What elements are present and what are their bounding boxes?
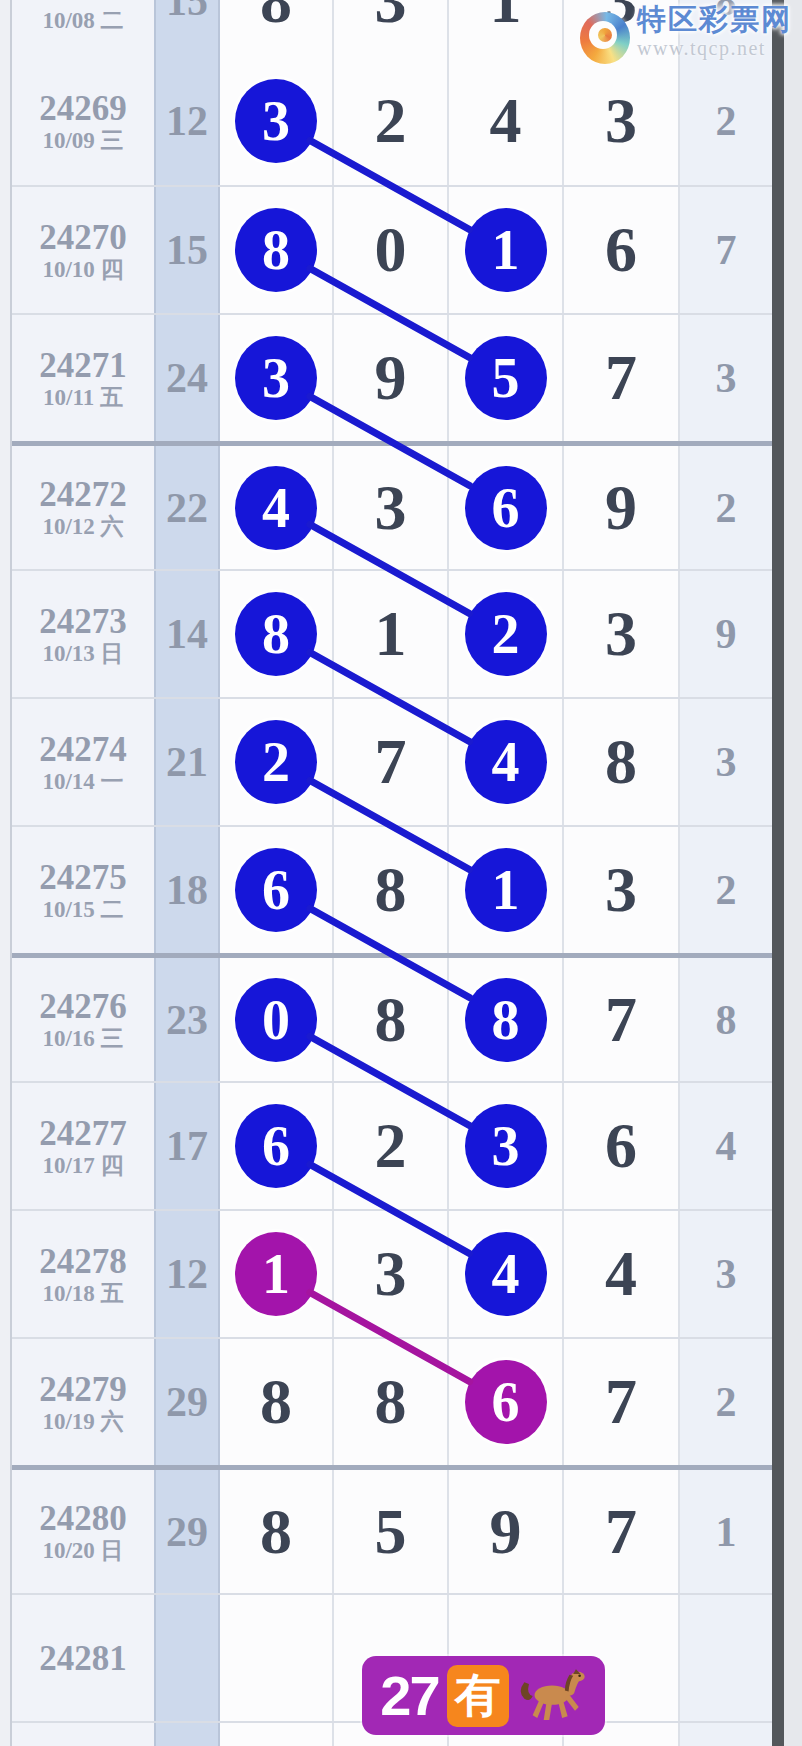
draw-date: 10/10 四: [42, 258, 123, 281]
draw-row: 2426910/09 三1232432: [12, 57, 772, 185]
draw-rows-table: 10/08 二15831382426910/09 三12324322427010…: [0, 0, 802, 1746]
circled-digit: 1: [465, 848, 547, 932]
sum-value: 21: [166, 741, 208, 783]
sum-cell: 29: [154, 1470, 218, 1593]
digit-cell-4: 7: [562, 315, 678, 441]
prediction-badge: 27 有: [362, 1656, 605, 1735]
digit-cell-3: 6: [447, 1339, 562, 1465]
draw-label-cell: 2427110/11 五: [12, 315, 154, 441]
extra-digit-cell: 3: [678, 699, 772, 825]
extra-digit: 2: [716, 1381, 737, 1423]
sum-value: 24: [166, 357, 208, 399]
digit-cell-3: 5: [447, 315, 562, 441]
draw-row: 2427210/12 六2243692: [12, 441, 772, 569]
extra-digit: 7: [716, 229, 737, 271]
horse-icon: [517, 1667, 587, 1725]
plain-digit: 4: [490, 89, 522, 153]
digit-cell-3: 1: [447, 187, 562, 313]
digit-cell-4: 6: [562, 1083, 678, 1209]
draw-label-cell: 2427810/18 五: [12, 1211, 154, 1337]
plain-digit: 7: [375, 730, 407, 794]
draw-label-cell: 2427610/16 三: [12, 958, 154, 1081]
draw-date: 10/20 日: [42, 1539, 123, 1562]
digit-cell-3: 4: [447, 699, 562, 825]
digit-cell-1: 0: [218, 958, 332, 1081]
digit-cell-4: 3: [562, 571, 678, 697]
draw-id: 24276: [39, 989, 127, 1024]
plain-digit: 8: [260, 1500, 292, 1564]
draw-label-cell: 10/08 二: [12, 0, 154, 57]
digit-cell-2: 8: [332, 827, 447, 953]
digit-cell-4: 7: [562, 958, 678, 1081]
extra-digit: 2: [716, 869, 737, 911]
digit-cell-2: 7: [332, 699, 447, 825]
logo-swirl-icon: [580, 12, 630, 64]
draw-label-cell: 2427510/15 二: [12, 827, 154, 953]
draw-date: 10/19 六: [42, 1410, 123, 1433]
digit-cell-2: 2: [332, 1083, 447, 1209]
plain-digit: 3: [605, 858, 637, 922]
plain-digit: 8: [375, 858, 407, 922]
circled-digit: 5: [465, 336, 547, 420]
circled-digit: 6: [465, 466, 547, 550]
extra-digit-cell: 2: [678, 827, 772, 953]
extra-digit: 3: [716, 741, 737, 783]
digit-cell-1: 8: [218, 0, 332, 57]
digit-cell-4: 7: [562, 1470, 678, 1593]
sum-value: 12: [166, 1253, 208, 1295]
sum-cell: 17: [154, 1083, 218, 1209]
plain-digit: 6: [605, 1114, 637, 1178]
sum-value: 15: [166, 0, 208, 22]
draw-date: 10/17 四: [42, 1154, 123, 1177]
digit-cell-4: 4: [562, 1211, 678, 1337]
extra-digit-cell: 2: [678, 57, 772, 185]
digit-cell-1: 6: [218, 827, 332, 953]
draw-label-cell: 24281: [12, 1595, 154, 1721]
digit-cell-2: 3: [332, 1211, 447, 1337]
sum-cell: 12: [154, 1211, 218, 1337]
extra-digit-cell: 2: [678, 446, 772, 569]
sum-value: 17: [166, 1125, 208, 1167]
digit-cell-1: 4: [218, 446, 332, 569]
digit-cell-4: 3: [562, 827, 678, 953]
draw-row: 2427310/13 日1481239: [12, 569, 772, 697]
badge-label: 有: [447, 1665, 509, 1727]
digit-cell-3: 8: [447, 958, 562, 1081]
extra-digit-cell: 1: [678, 1470, 772, 1593]
sum-cell: 15: [154, 187, 218, 313]
circled-digit: 1: [235, 1232, 317, 1316]
sum-cell: 24: [154, 315, 218, 441]
extra-digit: 4: [716, 1125, 737, 1167]
plain-digit: 0: [375, 218, 407, 282]
draw-id: 24269: [39, 91, 127, 126]
plain-digit: 8: [375, 988, 407, 1052]
digit-cell-3: 1: [447, 0, 562, 57]
draw-label-cell: 2427310/13 日: [12, 571, 154, 697]
digit-cell-3: 3: [447, 1083, 562, 1209]
digit-cell-2: 0: [332, 187, 447, 313]
sum-cell: 22: [154, 446, 218, 569]
draw-row: 2428010/20 日2985971: [12, 1465, 772, 1593]
draw-label-cell: 2427710/17 四: [12, 1083, 154, 1209]
draw-id: 24278: [39, 1244, 127, 1279]
digit-cell-2: 8: [332, 1339, 447, 1465]
extra-digit: 8: [716, 999, 737, 1041]
digit-cell-4: 3: [562, 57, 678, 185]
draw-label-cell: 2426910/09 三: [12, 57, 154, 185]
digit-cell-1: [218, 1595, 332, 1721]
plain-digit: 1: [490, 0, 522, 33]
digit-cell-1: 3: [218, 315, 332, 441]
digit-cell-2: 8: [332, 958, 447, 1081]
draw-id: 24270: [39, 220, 127, 255]
extra-digit-cell: [678, 1595, 772, 1721]
draw-row: 2427910/19 六2988672: [12, 1337, 772, 1465]
extra-digit-cell: 3: [678, 1211, 772, 1337]
extra-digit: 2: [716, 100, 737, 142]
extra-digit: 3: [716, 357, 737, 399]
extra-digit: 1: [716, 1511, 737, 1553]
digit-cell-3: 4: [447, 57, 562, 185]
digit-cell-4: 7: [562, 1339, 678, 1465]
draw-id: 24280: [39, 1501, 127, 1536]
plain-digit: 9: [375, 346, 407, 410]
draw-label-cell: 2427010/10 四: [12, 187, 154, 313]
plain-digit: 3: [605, 602, 637, 666]
circled-digit: 8: [235, 208, 317, 292]
draw-date: 10/16 三: [42, 1027, 123, 1050]
circled-digit: 8: [235, 592, 317, 676]
digit-cell-1: 8: [218, 1470, 332, 1593]
draw-date: 10/11 五: [43, 386, 123, 409]
sum-cell: 12: [154, 57, 218, 185]
plain-digit: 2: [375, 89, 407, 153]
digit-cell-3: 6: [447, 446, 562, 569]
plain-digit: 5: [375, 1500, 407, 1564]
draw-row: 2427110/11 五2439573: [12, 313, 772, 441]
circled-digit: 6: [465, 1360, 547, 1444]
draw-row: 2427010/10 四1580167: [12, 185, 772, 313]
plain-digit: 8: [260, 1370, 292, 1434]
circled-digit: 4: [465, 720, 547, 804]
right-margin: [784, 0, 802, 1746]
circled-digit: 3: [235, 336, 317, 420]
plain-digit: 7: [605, 1500, 637, 1564]
sum-value: 23: [166, 999, 208, 1041]
digit-cell-2: 5: [332, 1470, 447, 1593]
digit-cell-2: 1: [332, 571, 447, 697]
plain-digit: 9: [605, 476, 637, 540]
sum-value: 18: [166, 869, 208, 911]
draw-id: 24275: [39, 860, 127, 895]
draw-date: 10/08 二: [42, 9, 123, 32]
right-dark-strip: [772, 0, 784, 1746]
sum-cell: 18: [154, 827, 218, 953]
draw-label-cell: 2427410/14 一: [12, 699, 154, 825]
digit-cell-3: 9: [447, 1470, 562, 1593]
plain-digit: 8: [260, 0, 292, 33]
extra-digit-cell: 2: [678, 1339, 772, 1465]
extra-digit-cell: [678, 1723, 772, 1746]
plain-digit: 3: [375, 1242, 407, 1306]
draw-date: 10/18 五: [42, 1282, 123, 1305]
plain-digit: 3: [375, 476, 407, 540]
extra-digit-cell: 4: [678, 1083, 772, 1209]
draw-label-cell: 2427210/12 六: [12, 446, 154, 569]
digit-cell-1: 1: [218, 1211, 332, 1337]
sum-value: 29: [166, 1511, 208, 1553]
badge-number: 27: [380, 1668, 438, 1724]
draw-id: 24271: [39, 348, 127, 383]
plain-digit: 4: [605, 1242, 637, 1306]
draw-row: 2427810/18 五1213443: [12, 1209, 772, 1337]
circled-digit: 0: [235, 978, 317, 1062]
circled-digit: 2: [465, 592, 547, 676]
draw-row: 2427710/17 四1762364: [12, 1081, 772, 1209]
plain-digit: 8: [605, 730, 637, 794]
extra-digit-cell: 7: [678, 187, 772, 313]
digit-cell-4: 9: [562, 446, 678, 569]
circled-digit: 4: [235, 466, 317, 550]
digit-cell-1: 2: [218, 699, 332, 825]
extra-digit: 3: [716, 1253, 737, 1295]
draw-label-cell: 2427910/19 六: [12, 1339, 154, 1465]
plain-digit: 3: [375, 0, 407, 33]
plain-digit: 7: [605, 988, 637, 1052]
plain-digit: 2: [375, 1114, 407, 1178]
sum-cell: 15: [154, 0, 218, 57]
plain-digit: 8: [375, 1370, 407, 1434]
circled-digit: 1: [465, 208, 547, 292]
extra-digit-cell: 8: [678, 958, 772, 1081]
draw-row: 2427610/16 三2308878: [12, 953, 772, 1081]
extra-digit-cell: 9: [678, 571, 772, 697]
circled-digit: 2: [235, 720, 317, 804]
sum-cell: 29: [154, 1339, 218, 1465]
plain-digit: 7: [605, 1370, 637, 1434]
plain-digit: 7: [605, 346, 637, 410]
plain-digit: 3: [605, 89, 637, 153]
circled-digit: 8: [465, 978, 547, 1062]
circled-digit: 3: [235, 79, 317, 163]
sum-value: 12: [166, 100, 208, 142]
circled-digit: 4: [465, 1232, 547, 1316]
draw-date: 10/14 一: [42, 770, 123, 793]
plain-digit: 9: [490, 1500, 522, 1564]
plain-digit: 6: [605, 218, 637, 282]
site-name: 特区彩票网: [637, 4, 792, 36]
digit-cell-3: 2: [447, 571, 562, 697]
digit-cell-3: 4: [447, 1211, 562, 1337]
draw-id: 24281: [39, 1641, 127, 1676]
digit-cell-4: 6: [562, 187, 678, 313]
plain-digit: 1: [375, 602, 407, 666]
extra-digit: 2: [716, 487, 737, 529]
digit-cell-1: 3: [218, 57, 332, 185]
sum-cell: [154, 1595, 218, 1721]
sum-cell: [154, 1723, 218, 1746]
draw-id: 24279: [39, 1372, 127, 1407]
digit-cell-2: 3: [332, 446, 447, 569]
trend-chart-board: 10/08 二15831382426910/09 三12324322427010…: [0, 0, 802, 1746]
draw-id: 24274: [39, 732, 127, 767]
draw-date: 10/09 三: [42, 129, 123, 152]
digit-cell-3: 1: [447, 827, 562, 953]
digit-cell-1: 8: [218, 187, 332, 313]
digit-cell-2: 2: [332, 57, 447, 185]
sum-value: 29: [166, 1381, 208, 1423]
extra-digit-cell: 3: [678, 315, 772, 441]
digit-cell-1: 8: [218, 571, 332, 697]
sum-cell: 21: [154, 699, 218, 825]
digit-cell-1: 8: [218, 1339, 332, 1465]
sum-value: 15: [166, 229, 208, 271]
sum-cell: 14: [154, 571, 218, 697]
digit-cell-1: [218, 1723, 332, 1746]
site-logo[interactable]: 特区彩票网 www.tqcp.net: [580, 4, 792, 64]
draw-date: 10/12 六: [42, 515, 123, 538]
digit-cell-1: 6: [218, 1083, 332, 1209]
draw-label-cell: 2428010/20 日: [12, 1470, 154, 1593]
draw-row: 2427510/15 二1868132: [12, 825, 772, 953]
draw-row: 2427410/14 一2127483: [12, 697, 772, 825]
draw-id: 24273: [39, 604, 127, 639]
site-url: www.tqcp.net: [637, 37, 766, 60]
digit-cell-4: 8: [562, 699, 678, 825]
draw-id: 24277: [39, 1116, 127, 1151]
draw-id: 24272: [39, 477, 127, 512]
digit-cell-2: 9: [332, 315, 447, 441]
digit-cell-2: 3: [332, 0, 447, 57]
draw-label-cell: [12, 1723, 154, 1746]
sum-cell: 23: [154, 958, 218, 1081]
draw-date: 10/13 日: [42, 642, 123, 665]
sum-value: 22: [166, 487, 208, 529]
circled-digit: 6: [235, 1104, 317, 1188]
sum-value: 14: [166, 613, 208, 655]
circled-digit: 3: [465, 1104, 547, 1188]
draw-date: 10/15 二: [42, 898, 123, 921]
circled-digit: 6: [235, 848, 317, 932]
extra-digit: 9: [716, 613, 737, 655]
